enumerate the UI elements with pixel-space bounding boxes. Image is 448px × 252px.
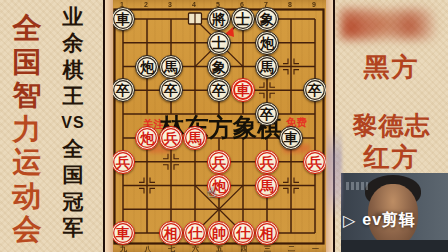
banner-char: 余 bbox=[63, 30, 84, 56]
banner-char: 运 bbox=[13, 146, 42, 180]
piece-black[interactable]: 卒 bbox=[303, 78, 327, 102]
piece-red[interactable]: 兵 bbox=[111, 150, 135, 174]
piece-black[interactable]: 炮 bbox=[255, 31, 279, 55]
pieces-grid: 車將士象士炮炮馬象馬卒卒卒車卒卒炮兵馬車兵兵兵兵炮馬車相仕帥仕相 bbox=[111, 7, 327, 245]
banner-char: 全 bbox=[63, 136, 84, 162]
webcam-video: ▷ ev剪辑 bbox=[341, 173, 448, 252]
banner-char: 业 bbox=[63, 4, 84, 30]
piece-black[interactable]: 象 bbox=[255, 7, 279, 31]
piece-black[interactable]: 卒 bbox=[207, 78, 231, 102]
banner-char: VS bbox=[61, 110, 84, 136]
piece-black[interactable]: 卒 bbox=[111, 78, 135, 102]
match-subtitle-vertical: 业余棋王VS全国冠军 bbox=[56, 4, 90, 242]
piece-red[interactable]: 帥 bbox=[207, 221, 231, 245]
piece-black[interactable]: 炮 bbox=[135, 55, 159, 79]
piece-black[interactable]: 車 bbox=[279, 126, 303, 150]
piece-red[interactable]: 車 bbox=[111, 221, 135, 245]
lavender-shade bbox=[327, 128, 342, 220]
piece-red[interactable]: 兵 bbox=[303, 150, 327, 174]
editor-watermark: ▷ ev剪辑 bbox=[343, 210, 446, 231]
banner-char: 动 bbox=[13, 180, 42, 214]
play-icon: ▷ bbox=[343, 211, 355, 230]
black-side-label: 黑方 bbox=[335, 50, 448, 85]
piece-red[interactable]: 兵 bbox=[255, 150, 279, 174]
piece-black[interactable]: 馬 bbox=[255, 55, 279, 79]
banner-char: 全 bbox=[13, 12, 42, 46]
piece-black[interactable]: 車 bbox=[111, 7, 135, 31]
right-banner: 黑方 黎德志 红方 ▷ ev剪辑 bbox=[335, 0, 448, 252]
presenter-shoulder bbox=[341, 240, 448, 252]
banner-char: 会 bbox=[13, 213, 42, 247]
piece-black[interactable]: 士 bbox=[231, 7, 255, 31]
banner-char: 军 bbox=[63, 215, 84, 241]
piece-black[interactable]: 象 bbox=[207, 55, 231, 79]
piece-black[interactable]: 將 bbox=[207, 7, 231, 31]
red-side-label: 红方 bbox=[335, 140, 448, 175]
piece-red[interactable]: 車 bbox=[231, 78, 255, 102]
piece-black[interactable]: 卒 bbox=[255, 102, 279, 126]
piece-red[interactable]: 相 bbox=[255, 221, 279, 245]
piece-red[interactable]: 炮 bbox=[135, 126, 159, 150]
piece-red[interactable]: 馬 bbox=[255, 174, 279, 198]
banner-char: 棋 bbox=[63, 57, 84, 83]
blurred-player-name bbox=[340, 8, 436, 40]
banner-char: 王 bbox=[63, 83, 84, 109]
event-title-vertical: 全国智力运动会 bbox=[8, 12, 46, 247]
banner-char: 冠 bbox=[63, 189, 84, 215]
red-player-name: 黎德志 bbox=[335, 109, 448, 142]
webcam-corner-logo bbox=[346, 182, 368, 190]
piece-red[interactable]: 仕 bbox=[183, 221, 207, 245]
piece-red[interactable]: 兵 bbox=[159, 126, 183, 150]
banner-char: 智 bbox=[13, 79, 42, 113]
banner-char: 国 bbox=[13, 46, 42, 80]
piece-black[interactable]: 士 bbox=[207, 31, 231, 55]
xiangqi-board[interactable]: 123456789 九八七六五四三二一 关注 林东方象棋 免费 車將士象士炮炮馬… bbox=[105, 0, 333, 252]
board-left-edge-strip bbox=[105, 0, 113, 252]
piece-black[interactable]: 馬 bbox=[159, 55, 183, 79]
piece-red[interactable]: 馬 bbox=[183, 126, 207, 150]
video-frame: 全国智力运动会 业余棋王VS全国冠军 123456789 九八七六五四三二一 关… bbox=[0, 0, 448, 252]
watermark-text: ev剪辑 bbox=[362, 210, 416, 231]
left-banner: 全国智力运动会 业余棋王VS全国冠军 bbox=[0, 0, 104, 252]
banner-char: 力 bbox=[13, 113, 42, 147]
piece-red[interactable]: 仕 bbox=[231, 221, 255, 245]
piece-black[interactable]: 卒 bbox=[159, 78, 183, 102]
piece-red[interactable]: 兵 bbox=[207, 150, 231, 174]
piece-red[interactable]: 相 bbox=[159, 221, 183, 245]
banner-char: 国 bbox=[63, 162, 84, 188]
